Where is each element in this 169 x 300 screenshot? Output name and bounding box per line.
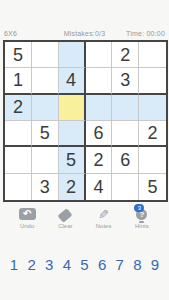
cell-r4c1[interactable] (5, 121, 32, 147)
numpad-key-7[interactable]: 7 (113, 256, 127, 273)
numpad-key-6[interactable]: 6 (95, 256, 109, 273)
numpad-key-3[interactable]: 3 (42, 256, 56, 273)
cell-r4c3[interactable] (59, 121, 86, 147)
time-label: Time: 00:00 (126, 30, 165, 37)
undo-label: Undo (20, 223, 34, 229)
cell-r6c3[interactable]: 2 (59, 174, 86, 200)
undo-button[interactable]: ↶ Undo (10, 204, 44, 229)
board-size-label: 6X6 (4, 30, 17, 37)
hints-label: Hints (135, 223, 149, 229)
cell-r2c1[interactable]: 1 (5, 68, 32, 94)
eraser-icon (58, 208, 73, 223)
cell-r4c4[interactable]: 6 (86, 121, 113, 147)
sudoku-board: 5214325625263245 (3, 40, 168, 202)
notes-button[interactable]: ✎ Notes (87, 204, 121, 229)
cell-r5c2[interactable] (32, 147, 59, 173)
cell-r3c1[interactable]: 2 (5, 95, 32, 121)
cell-r6c4[interactable]: 4 (86, 174, 113, 200)
numpad-key-9[interactable]: 9 (148, 256, 162, 273)
numpad-key-1[interactable]: 1 (7, 256, 21, 273)
notes-label: Notes (96, 223, 112, 229)
cell-r2c3[interactable]: 4 (59, 68, 86, 94)
cell-r1c4[interactable] (86, 42, 113, 68)
cell-r5c4[interactable]: 2 (86, 147, 113, 173)
numpad-key-4[interactable]: 4 (60, 256, 74, 273)
cell-r1c1[interactable]: 5 (5, 42, 32, 68)
clear-label: Clear (58, 223, 72, 229)
cell-r4c6[interactable]: 2 (139, 121, 166, 147)
cell-r2c5[interactable]: 3 (112, 68, 139, 94)
pencil-icon: ✎ (98, 207, 109, 222)
cell-r1c3[interactable] (59, 42, 86, 68)
cell-r3c4[interactable] (86, 95, 113, 121)
cell-r2c4[interactable] (86, 68, 113, 94)
cell-r4c5[interactable] (112, 121, 139, 147)
cell-r1c6[interactable] (139, 42, 166, 68)
numpad-key-8[interactable]: 8 (130, 256, 144, 273)
cell-r2c6[interactable] (139, 68, 166, 94)
cell-r1c5[interactable]: 2 (112, 42, 139, 68)
cell-r3c6[interactable] (139, 95, 166, 121)
cell-r2c2[interactable] (32, 68, 59, 94)
numpad-key-2[interactable]: 2 (25, 256, 39, 273)
cell-r3c5[interactable] (112, 95, 139, 121)
clear-button[interactable]: Clear (48, 204, 82, 229)
cell-r1c2[interactable] (32, 42, 59, 68)
cell-r4c2[interactable]: 5 (32, 121, 59, 147)
cell-r5c3[interactable]: 5 (59, 147, 86, 173)
cell-r6c2[interactable]: 3 (32, 174, 59, 200)
cell-r6c5[interactable] (112, 174, 139, 200)
undo-icon: ↶ (19, 208, 36, 220)
cell-r5c6[interactable] (139, 147, 166, 173)
numpad-key-5[interactable]: 5 (78, 256, 92, 273)
cell-r3c3[interactable] (59, 95, 86, 121)
cell-r5c5[interactable]: 6 (112, 147, 139, 173)
cell-r6c6[interactable]: 5 (139, 174, 166, 200)
hints-button[interactable]: ? 3 Hints (125, 204, 159, 229)
number-pad: 123456789 (0, 254, 169, 274)
status-bar: 6X6 Mistakes:0/3 Time: 00:00 (0, 27, 169, 39)
toolbar: ↶ Undo Clear ✎ Notes ? 3 Hints (0, 204, 169, 236)
cell-r6c1[interactable] (5, 174, 32, 200)
cell-r5c1[interactable] (5, 147, 32, 173)
cell-r3c2[interactable] (32, 95, 59, 121)
